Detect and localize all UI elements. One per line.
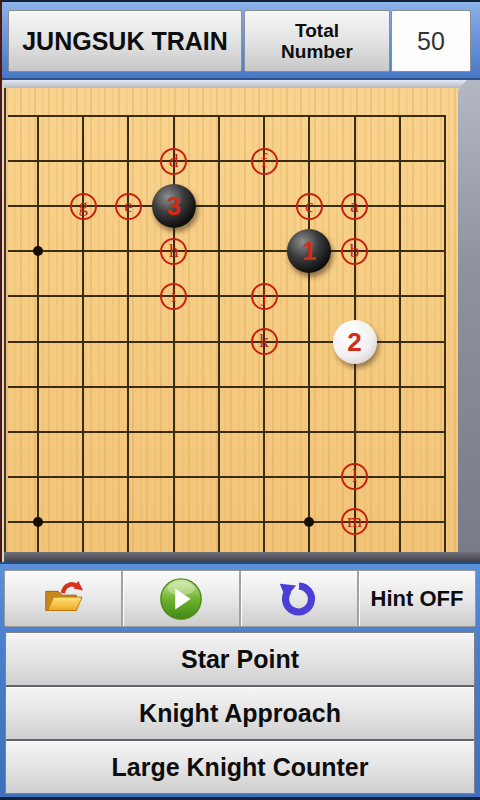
bottom-panel: Hint OFF Star Point Knight Approach Larg… bbox=[0, 562, 480, 800]
black-stone-3: 3 bbox=[152, 184, 196, 228]
grid-line-vertical bbox=[82, 116, 84, 552]
hint-point-i[interactable]: i bbox=[160, 283, 187, 310]
grid-line-vertical bbox=[127, 116, 129, 552]
grid-line-horizontal bbox=[8, 250, 446, 252]
star-point bbox=[33, 517, 43, 527]
hint-toggle-label: Hint OFF bbox=[371, 586, 464, 612]
play-icon bbox=[158, 576, 204, 622]
grid-line-horizontal bbox=[8, 521, 446, 523]
menu-button-large-knight-counter[interactable]: Large Knight Counter bbox=[6, 741, 474, 793]
star-point bbox=[304, 517, 314, 527]
play-button[interactable] bbox=[121, 571, 239, 626]
grid-line-horizontal bbox=[8, 431, 446, 433]
hint-point-l[interactable]: l bbox=[341, 463, 368, 490]
grid-line-vertical bbox=[173, 116, 175, 552]
grid-line-vertical bbox=[399, 116, 401, 552]
open-folder-icon bbox=[38, 578, 88, 620]
go-board[interactable]: abcdefghijklm123 bbox=[0, 80, 480, 562]
menu-button-knight-approach[interactable]: Knight Approach bbox=[6, 687, 474, 739]
black-stone-1: 1 bbox=[287, 229, 331, 273]
grid-line-vertical bbox=[444, 116, 446, 552]
toolbar: Hint OFF bbox=[4, 570, 476, 627]
app-screen: JUNGSUK TRAIN Total Number 50 abcdefghij… bbox=[0, 0, 480, 800]
app-title: JUNGSUK TRAIN bbox=[8, 10, 242, 72]
grid-line-horizontal bbox=[8, 295, 446, 297]
total-number-field[interactable]: 50 bbox=[391, 10, 471, 72]
menu-button-stack: Star Point Knight Approach Large Knight … bbox=[5, 632, 475, 794]
hint-point-d[interactable]: d bbox=[160, 148, 187, 175]
grid-line-horizontal bbox=[8, 115, 446, 117]
hint-toggle-button[interactable]: Hint OFF bbox=[357, 571, 475, 626]
total-number-label: Total Number bbox=[244, 10, 390, 72]
grid-line-vertical bbox=[218, 116, 220, 552]
hint-point-e[interactable]: e bbox=[115, 193, 142, 220]
total-number-value: 50 bbox=[417, 27, 445, 56]
grid-line-horizontal bbox=[8, 386, 446, 388]
screen-left-edge bbox=[0, 0, 2, 562]
total-label-line1: Total bbox=[295, 20, 339, 41]
menu-button-star-point[interactable]: Star Point bbox=[6, 633, 474, 685]
header-bar: JUNGSUK TRAIN Total Number 50 bbox=[0, 0, 480, 80]
hint-point-f[interactable]: f bbox=[251, 148, 278, 175]
hint-point-k[interactable]: k bbox=[251, 328, 278, 355]
grid-line-horizontal bbox=[8, 476, 446, 478]
white-stone-2: 2 bbox=[333, 320, 377, 364]
open-file-button[interactable] bbox=[5, 571, 121, 626]
replay-icon bbox=[276, 576, 322, 622]
grid-line-horizontal bbox=[8, 341, 446, 343]
grid-line-horizontal bbox=[8, 160, 446, 162]
hint-point-c[interactable]: c bbox=[296, 193, 323, 220]
total-label-line2: Number bbox=[281, 41, 353, 62]
board-grid-layer: abcdefghijklm123 bbox=[0, 80, 480, 562]
hint-point-h[interactable]: h bbox=[160, 238, 187, 265]
hint-point-j[interactable]: j bbox=[251, 283, 278, 310]
hint-point-g[interactable]: g bbox=[70, 193, 97, 220]
star-point bbox=[33, 246, 43, 256]
hint-point-m[interactable]: m bbox=[341, 508, 368, 535]
hint-point-a[interactable]: a bbox=[341, 193, 368, 220]
grid-line-vertical bbox=[37, 116, 39, 552]
hint-point-b[interactable]: b bbox=[341, 238, 368, 265]
grid-line-vertical bbox=[308, 116, 310, 552]
app-title-text: JUNGSUK TRAIN bbox=[22, 27, 228, 56]
replay-button[interactable] bbox=[239, 571, 357, 626]
